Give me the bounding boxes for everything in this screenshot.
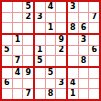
sudoku-cell-r4c7[interactable] [68,35,78,45]
sudoku-cell-r6c8[interactable]: 8 [79,56,89,66]
sudoku-block-1: 52 [2,2,33,33]
sudoku-cell-r6c1[interactable] [2,56,12,66]
sudoku-cell-r2c3[interactable]: 2 [23,13,33,23]
sudoku-cell-r7c2[interactable]: 4 [13,68,23,78]
sudoku-cell-r5c3[interactable] [23,46,33,56]
sudoku-cell-r3c5[interactable]: 1 [46,23,56,33]
sudoku-cell-r2c8[interactable] [79,13,89,23]
sudoku-cell-r1c7[interactable]: 3 [68,2,78,12]
sudoku-cell-r7c4[interactable] [35,68,45,78]
sudoku-cell-r3c7[interactable]: 8 [68,23,78,33]
sudoku-cell-r8c1[interactable]: 6 [2,79,12,89]
sudoku-cell-r7c3[interactable]: 9 [23,68,33,78]
sudoku-cell-r4c5[interactable] [46,35,56,45]
sudoku-cell-r3c2[interactable] [13,23,23,33]
sudoku-cell-r6c5[interactable] [46,56,56,66]
sudoku-cell-r4c6[interactable]: 9 [56,35,66,45]
sudoku-cell-r1c2[interactable] [13,2,23,12]
sudoku-cell-r8c6[interactable]: 3 [56,79,66,89]
sudoku-cell-r4c8[interactable]: 3 [79,35,89,45]
sudoku-cell-r1c9[interactable] [89,2,99,12]
sudoku-cell-r2c4[interactable]: 3 [35,13,45,23]
sudoku-cell-r6c9[interactable] [89,56,99,66]
sudoku-cell-r5c4[interactable]: 1 [35,46,45,56]
sudoku-cell-r9c7[interactable]: 1 [68,89,78,99]
sudoku-cell-r6c6[interactable] [56,56,66,66]
sudoku-cell-r3c3[interactable] [23,23,33,33]
sudoku-block-7: 4967 [2,68,33,99]
sudoku-board: 5243137861579125368496753841 [0,0,101,101]
sudoku-cell-r9c4[interactable] [35,89,45,99]
sudoku-cell-r8c5[interactable] [46,79,56,89]
sudoku-cell-r1c3[interactable]: 5 [23,2,33,12]
sudoku-cell-r4c4[interactable] [35,35,45,45]
sudoku-cell-r5c9[interactable]: 6 [89,46,99,56]
sudoku-cell-r3c9[interactable] [89,23,99,33]
sudoku-cell-r2c2[interactable] [13,13,23,23]
sudoku-block-6: 368 [68,35,99,66]
sudoku-cell-r9c6[interactable] [56,89,66,99]
sudoku-cell-r4c9[interactable] [89,35,99,45]
sudoku-cell-r9c5[interactable]: 8 [46,89,56,99]
sudoku-cell-r9c9[interactable] [89,89,99,99]
sudoku-cell-r5c1[interactable]: 5 [2,46,12,56]
sudoku-cell-r5c8[interactable] [79,46,89,56]
sudoku-cell-r9c3[interactable]: 7 [23,89,33,99]
sudoku-cell-r3c1[interactable] [2,23,12,33]
sudoku-cell-r7c1[interactable] [2,68,12,78]
sudoku-cell-r7c7[interactable] [68,68,78,78]
sudoku-cell-r5c2[interactable] [13,46,23,56]
sudoku-cell-r2c9[interactable]: 7 [89,13,99,23]
sudoku-cell-r9c2[interactable] [13,89,23,99]
sudoku-cell-r1c5[interactable]: 4 [46,2,56,12]
sudoku-cell-r2c6[interactable] [56,13,66,23]
sudoku-cell-r4c3[interactable] [23,35,33,45]
sudoku-block-2: 431 [35,2,66,33]
sudoku-cell-r7c8[interactable] [79,68,89,78]
sudoku-cell-r4c1[interactable] [2,35,12,45]
sudoku-block-9: 41 [68,68,99,99]
sudoku-cell-r6c3[interactable] [23,56,33,66]
sudoku-cell-r8c7[interactable]: 4 [68,79,78,89]
sudoku-cell-r8c9[interactable] [89,79,99,89]
sudoku-block-3: 3786 [68,2,99,33]
sudoku-cell-r2c1[interactable] [2,13,12,23]
sudoku-cell-r2c5[interactable] [46,13,56,23]
sudoku-cell-r7c5[interactable]: 5 [46,68,56,78]
sudoku-cell-r7c6[interactable] [56,68,66,78]
sudoku-block-5: 9125 [35,35,66,66]
sudoku-cell-r7c9[interactable] [89,68,99,78]
sudoku-block-4: 157 [2,35,33,66]
sudoku-cell-r8c3[interactable] [23,79,33,89]
sudoku-cell-r1c6[interactable] [56,2,66,12]
sudoku-cell-r6c7[interactable] [68,56,78,66]
sudoku-cell-r8c8[interactable] [79,79,89,89]
sudoku-cell-r9c8[interactable] [79,89,89,99]
sudoku-cell-r9c1[interactable] [2,89,12,99]
sudoku-cell-r5c6[interactable]: 2 [56,46,66,56]
sudoku-cell-r3c8[interactable]: 6 [79,23,89,33]
sudoku-block-8: 538 [35,68,66,99]
sudoku-cell-r1c1[interactable] [2,2,12,12]
sudoku-cell-r4c2[interactable]: 1 [13,35,23,45]
sudoku-cell-r8c4[interactable] [35,79,45,89]
sudoku-cell-r5c5[interactable] [46,46,56,56]
sudoku-cell-r3c4[interactable] [35,23,45,33]
sudoku-cell-r2c7[interactable] [68,13,78,23]
sudoku-cell-r5c7[interactable] [68,46,78,56]
sudoku-cell-r1c8[interactable] [79,2,89,12]
sudoku-cell-r3c6[interactable] [56,23,66,33]
sudoku-cell-r1c4[interactable] [35,2,45,12]
sudoku-cell-r6c4[interactable]: 5 [35,56,45,66]
sudoku-cell-r6c2[interactable]: 7 [13,56,23,66]
sudoku-cell-r8c2[interactable] [13,79,23,89]
